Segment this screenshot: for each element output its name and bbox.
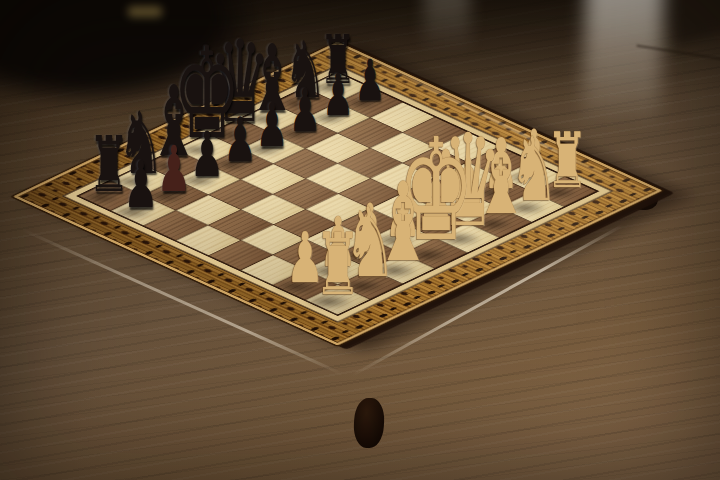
piece-black-pawn-f7[interactable]: ♟	[190, 124, 224, 186]
piece-black-pawn-e7[interactable]: ♟	[223, 110, 256, 171]
piece-black-pawn-d7[interactable]: ♟	[256, 95, 289, 155]
background-highlight	[128, 6, 162, 17]
piece-black-pawn-b7[interactable]: ♟	[322, 66, 354, 124]
window-reflection	[581, 0, 665, 137]
piece-black-pawn-g7[interactable]: ♟	[157, 139, 192, 202]
window-reflection-faint	[424, 0, 470, 52]
chess-photo-scene: ♜♞♝♛♚♝♞♜♟♟♟♟♟♟♟♟♟♟♟♟♟♟♟♟♜♞♝♛♚♝♞♜	[0, 0, 720, 480]
piece-black-pawn-a7[interactable]: ♟	[355, 52, 386, 109]
piece-black-pawn-c7[interactable]: ♟	[289, 81, 321, 140]
piece-black-pawn-h7[interactable]: ♟	[124, 153, 159, 218]
piece-white-rook-h1[interactable]: ♜	[314, 222, 361, 308]
